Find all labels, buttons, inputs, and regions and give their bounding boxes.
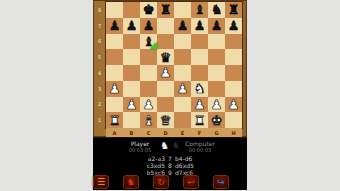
- white-knight-f3[interactable]: ♞: [194, 82, 206, 95]
- black-queen-d5[interactable]: ♛: [160, 51, 172, 64]
- rank-label-8: 8: [94, 2, 105, 18]
- flip-board-button[interactable]: ↻: [153, 175, 169, 189]
- white-bishop-c1[interactable]: ♝: [143, 114, 155, 127]
- white-knight-turn-icon: ♞: [160, 140, 169, 151]
- square-f6[interactable]: [191, 34, 208, 50]
- square-d8[interactable]: ♜: [157, 2, 174, 18]
- square-e8[interactable]: [174, 2, 191, 18]
- computer-clock: 00:00:03: [189, 147, 211, 153]
- white-pawn-f2[interactable]: ♟: [194, 98, 206, 111]
- white-pawn-c2[interactable]: ♟: [143, 98, 155, 111]
- file-label-C: C: [140, 128, 157, 137]
- black-pawn-g7[interactable]: ♟: [211, 19, 223, 32]
- black-pawn-f7[interactable]: ♟: [194, 19, 206, 32]
- square-h5[interactable]: [225, 49, 242, 65]
- black-pawn-a7[interactable]: ♟: [109, 19, 121, 32]
- black-king-c8[interactable]: ♚: [143, 3, 155, 16]
- square-c1[interactable]: ♝: [140, 112, 157, 128]
- square-b1[interactable]: [123, 112, 140, 128]
- rank-labels: 87654321: [94, 2, 105, 128]
- board-frame: 87654321 ♚♜♝♞♜♟♟♟♟♟♟♟♝♛♟♟♟♞♟♟♟♟♟♜♝♛♜♚ AB…: [93, 0, 247, 137]
- square-g4[interactable]: [208, 65, 225, 81]
- square-c8[interactable]: ♚: [140, 2, 157, 18]
- square-b5[interactable]: [123, 49, 140, 65]
- square-c7[interactable]: ♟: [140, 18, 157, 34]
- white-move: c3xd5: [139, 162, 165, 169]
- square-b3[interactable]: [123, 81, 140, 97]
- square-b2[interactable]: ♟: [123, 97, 140, 113]
- redo-arrow-icon: ↪: [217, 178, 225, 187]
- rank-label-4: 4: [94, 65, 105, 81]
- black-move: b4-d6: [175, 155, 201, 162]
- square-d6[interactable]: [157, 34, 174, 50]
- player-black-block: Computer 00:00:03: [183, 140, 217, 153]
- rotate-icon: ↻: [157, 178, 165, 187]
- move-row-7: a2-a37b4-d6: [93, 155, 247, 162]
- square-h4[interactable]: [225, 65, 242, 81]
- square-a3[interactable]: ♟: [106, 81, 123, 97]
- square-a4[interactable]: [106, 65, 123, 81]
- square-b4[interactable]: [123, 65, 140, 81]
- list-bars-icon: ☰: [97, 178, 105, 187]
- computer-name: Computer: [185, 140, 215, 147]
- move-number: 7: [165, 155, 175, 162]
- square-c6[interactable]: ♝: [140, 34, 157, 50]
- square-e4[interactable]: [174, 65, 191, 81]
- square-e5[interactable]: [174, 49, 191, 65]
- square-e2[interactable]: [174, 97, 191, 113]
- rank-label-3: 3: [94, 81, 105, 97]
- black-pawn-b7[interactable]: ♟: [126, 19, 138, 32]
- menu-button[interactable]: ☰: [93, 175, 109, 189]
- square-h6[interactable]: [225, 34, 242, 50]
- square-b8[interactable]: [123, 2, 140, 18]
- file-label-G: G: [208, 128, 225, 137]
- square-a5[interactable]: [106, 49, 123, 65]
- square-f1[interactable]: ♜: [191, 112, 208, 128]
- move-number: 8: [165, 162, 175, 169]
- square-e6[interactable]: [174, 34, 191, 50]
- black-rook-d8[interactable]: ♜: [160, 3, 172, 16]
- square-c5[interactable]: [140, 49, 157, 65]
- new-game-button[interactable]: ♞: [123, 175, 139, 189]
- square-d3[interactable]: [157, 81, 174, 97]
- black-move: d6xd5: [175, 162, 201, 169]
- rank-label-7: 7: [94, 18, 105, 34]
- rank-label-6: 6: [94, 34, 105, 50]
- white-rook-a1[interactable]: ♜: [109, 114, 121, 127]
- undo-button[interactable]: ↩: [183, 175, 199, 189]
- undo-arrow-icon: ↩: [187, 178, 195, 187]
- black-knight-icon: ♞: [172, 140, 180, 151]
- black-knight-g8[interactable]: ♞: [211, 3, 223, 16]
- square-a2[interactable]: [106, 97, 123, 113]
- square-d2[interactable]: [157, 97, 174, 113]
- square-f3[interactable]: ♞: [191, 81, 208, 97]
- white-queen-d1[interactable]: ♛: [160, 114, 172, 127]
- square-g6[interactable]: [208, 34, 225, 50]
- square-g3[interactable]: [208, 81, 225, 97]
- square-b6[interactable]: [123, 34, 140, 50]
- square-e7[interactable]: ♟: [174, 18, 191, 34]
- square-a8[interactable]: [106, 2, 123, 18]
- rank-label-1: 1: [94, 112, 105, 128]
- square-e3[interactable]: ♟: [174, 81, 191, 97]
- black-pawn-c7[interactable]: ♟: [143, 19, 155, 32]
- square-f2[interactable]: ♟: [191, 97, 208, 113]
- player-clock: 00:03:05: [129, 147, 151, 153]
- file-label-F: F: [191, 128, 208, 137]
- redo-button[interactable]: ↪: [213, 175, 229, 189]
- file-label-B: B: [123, 128, 140, 137]
- file-label-D: D: [157, 128, 174, 137]
- square-h3[interactable]: [225, 81, 242, 97]
- square-b7[interactable]: ♟: [123, 18, 140, 34]
- move-row-8: c3xd58d6xd5: [93, 162, 247, 169]
- square-a7[interactable]: ♟: [106, 18, 123, 34]
- square-h2[interactable]: ♟: [225, 97, 242, 113]
- rank-label-2: 2: [94, 97, 105, 113]
- square-a6[interactable]: [106, 34, 123, 50]
- white-rook-f1[interactable]: ♜: [194, 114, 206, 127]
- square-c3[interactable]: [140, 81, 157, 97]
- white-king-g1[interactable]: ♚: [211, 114, 223, 127]
- square-g8[interactable]: ♞: [208, 2, 225, 18]
- file-label-E: E: [174, 128, 191, 137]
- square-d5[interactable]: ♛: [157, 49, 174, 65]
- square-g7[interactable]: ♟: [208, 18, 225, 34]
- square-a1[interactable]: ♜: [106, 112, 123, 128]
- square-d7[interactable]: [157, 18, 174, 34]
- white-move: a2-a3: [139, 155, 165, 162]
- white-pawn-e3[interactable]: ♟: [177, 82, 189, 95]
- square-e1[interactable]: [174, 112, 191, 128]
- white-pawn-g2[interactable]: ♟: [211, 98, 223, 111]
- black-pawn-e7[interactable]: ♟: [177, 19, 189, 32]
- rank-label-5: 5: [94, 49, 105, 65]
- square-f7[interactable]: ♟: [191, 18, 208, 34]
- file-labels: ABCDEFGH: [106, 128, 242, 137]
- last-move-marker: [150, 42, 157, 49]
- info-panel: Player 00:03:05 ♞ ♞ Computer 00:00:03 a2…: [93, 137, 247, 190]
- move-list: a2-a37b4-d6c3xd58d6xd5b5xc69d7xc6: [93, 155, 247, 176]
- white-pawn-d4[interactable]: ♟: [160, 66, 172, 79]
- square-c4[interactable]: [140, 65, 157, 81]
- players-row: Player 00:03:05 ♞ ♞ Computer 00:00:03: [93, 140, 247, 153]
- toolbar: ☰♞↻↩↪: [93, 175, 247, 189]
- white-pawn-a3[interactable]: ♟: [109, 82, 121, 95]
- player-name: Player: [131, 140, 150, 147]
- square-h7[interactable]: ♟: [225, 18, 242, 34]
- chess-app-screen: 87654321 ♚♜♝♞♜♟♟♟♟♟♟♟♝♛♟♟♟♞♟♟♟♟♟♜♝♛♜♚ AB…: [93, 0, 247, 189]
- black-rook-h8[interactable]: ♜: [228, 3, 240, 16]
- square-d4[interactable]: ♟: [157, 65, 174, 81]
- black-bishop-f8[interactable]: ♝: [194, 3, 206, 16]
- black-pawn-h7[interactable]: ♟: [228, 19, 240, 32]
- square-f4[interactable]: [191, 65, 208, 81]
- knight-piece-icon: ♞: [127, 178, 135, 187]
- square-g2[interactable]: ♟: [208, 97, 225, 113]
- screenshot-canvas: 87654321 ♚♜♝♞♜♟♟♟♟♟♟♟♝♛♟♟♟♞♟♟♟♟♟♜♝♛♜♚ AB…: [0, 0, 340, 191]
- white-pawn-h2[interactable]: ♟: [228, 98, 240, 111]
- file-label-H: H: [225, 128, 242, 137]
- chess-board[interactable]: ♚♜♝♞♜♟♟♟♟♟♟♟♝♛♟♟♟♞♟♟♟♟♟♜♝♛♜♚: [106, 2, 242, 128]
- file-label-A: A: [106, 128, 123, 137]
- square-h1[interactable]: [225, 112, 242, 128]
- square-g5[interactable]: [208, 49, 225, 65]
- square-h8[interactable]: ♜: [225, 2, 242, 18]
- white-pawn-b2[interactable]: ♟: [126, 98, 138, 111]
- square-f8[interactable]: ♝: [191, 2, 208, 18]
- square-d1[interactable]: ♛: [157, 112, 174, 128]
- square-c2[interactable]: ♟: [140, 97, 157, 113]
- player-white-block: Player 00:03:05: [123, 140, 157, 153]
- square-g1[interactable]: ♚: [208, 112, 225, 128]
- square-f5[interactable]: [191, 49, 208, 65]
